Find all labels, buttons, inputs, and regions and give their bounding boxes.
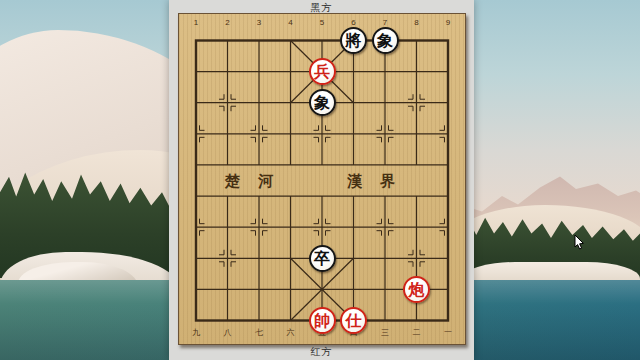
black-soldier[interactable]: 卒 bbox=[309, 245, 336, 272]
red-cannon[interactable]: 炮 bbox=[403, 276, 430, 303]
river-text-chu-he: 楚河 bbox=[225, 172, 291, 190]
file-label-top-5: 5 bbox=[312, 18, 332, 28]
file-label-bottom-3: 七 bbox=[249, 328, 269, 338]
app-window: { "game": "xiangqi", "position": { "fen"… bbox=[0, 0, 640, 360]
file-label-top-9: 9 bbox=[438, 18, 458, 28]
black-general[interactable]: 將 bbox=[340, 27, 367, 54]
red-soldier[interactable]: 兵 bbox=[309, 58, 336, 85]
red-advisor[interactable]: 仕 bbox=[340, 307, 367, 334]
mouse-cursor bbox=[574, 235, 587, 250]
file-label-bottom-7: 三 bbox=[375, 328, 395, 338]
file-label-bottom-9: 一 bbox=[438, 328, 458, 338]
black-elephant[interactable]: 象 bbox=[309, 89, 336, 116]
river-text-han-jie: 漢界 bbox=[347, 172, 413, 190]
file-label-bottom-2: 八 bbox=[218, 328, 238, 338]
red-side-label: 红方 bbox=[169, 345, 474, 359]
file-label-top-1: 1 bbox=[186, 18, 206, 28]
board-panel: 黑方 123456789九八七六五四三二一 楚河 漢界 將象兵象卒炮帥仕 红方 bbox=[169, 0, 474, 360]
xiangqi-board[interactable]: 123456789九八七六五四三二一 楚河 漢界 將象兵象卒炮帥仕 bbox=[178, 13, 466, 345]
red-general[interactable]: 帥 bbox=[309, 307, 336, 334]
file-label-top-3: 3 bbox=[249, 18, 269, 28]
black-elephant[interactable]: 象 bbox=[372, 27, 399, 54]
file-label-top-2: 2 bbox=[218, 18, 238, 28]
file-label-bottom-4: 六 bbox=[281, 328, 301, 338]
file-label-top-4: 4 bbox=[281, 18, 301, 28]
file-label-bottom-1: 九 bbox=[186, 328, 206, 338]
file-label-top-8: 8 bbox=[407, 18, 427, 28]
file-label-bottom-8: 二 bbox=[407, 328, 427, 338]
